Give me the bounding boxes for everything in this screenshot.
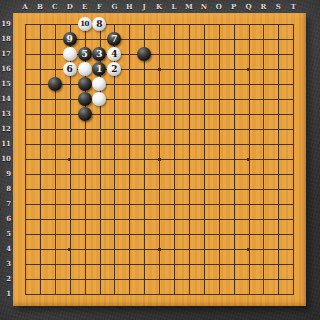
intersection-P19[interactable] xyxy=(226,17,241,32)
intersection-A6[interactable] xyxy=(18,212,33,227)
intersection-R8[interactable] xyxy=(256,182,271,197)
intersection-T8[interactable] xyxy=(286,182,301,197)
intersection-H13[interactable] xyxy=(122,107,137,122)
intersection-T18[interactable] xyxy=(286,32,301,47)
intersection-F2[interactable] xyxy=(92,272,107,287)
intersection-A2[interactable] xyxy=(18,272,33,287)
intersection-C6[interactable] xyxy=(47,212,62,227)
intersection-K1[interactable] xyxy=(152,287,167,302)
intersection-H7[interactable] xyxy=(122,197,137,212)
intersection-J14[interactable] xyxy=(137,92,152,107)
intersection-Q13[interactable] xyxy=(241,107,256,122)
intersection-J5[interactable] xyxy=(137,227,152,242)
intersection-J17[interactable] xyxy=(137,47,152,62)
intersection-L11[interactable] xyxy=(166,137,181,152)
intersection-S2[interactable] xyxy=(271,272,286,287)
intersection-C1[interactable] xyxy=(47,287,62,302)
intersection-D9[interactable] xyxy=(62,167,77,182)
intersection-H9[interactable] xyxy=(122,167,137,182)
intersection-M9[interactable] xyxy=(181,167,196,182)
intersection-R2[interactable] xyxy=(256,272,271,287)
intersection-D3[interactable] xyxy=(62,257,77,272)
intersection-N15[interactable] xyxy=(196,77,211,92)
intersection-F11[interactable] xyxy=(92,137,107,152)
intersection-D12[interactable] xyxy=(62,122,77,137)
intersection-P3[interactable] xyxy=(226,257,241,272)
intersection-G3[interactable] xyxy=(107,257,122,272)
intersection-C14[interactable] xyxy=(47,92,62,107)
intersection-T14[interactable] xyxy=(286,92,301,107)
intersection-R5[interactable] xyxy=(256,227,271,242)
intersection-T7[interactable] xyxy=(286,197,301,212)
intersection-P13[interactable] xyxy=(226,107,241,122)
intersection-G12[interactable] xyxy=(107,122,122,137)
intersection-N5[interactable] xyxy=(196,227,211,242)
intersection-F14[interactable] xyxy=(92,92,107,107)
black-stone-F16-move-1[interactable]: 1 xyxy=(92,62,106,76)
intersection-H17[interactable] xyxy=(122,47,137,62)
intersection-B17[interactable] xyxy=(32,47,47,62)
intersection-E2[interactable] xyxy=(77,272,92,287)
intersection-D16[interactable]: 6 xyxy=(62,62,77,77)
intersection-J1[interactable] xyxy=(137,287,152,302)
intersection-E6[interactable] xyxy=(77,212,92,227)
intersection-K16[interactable] xyxy=(152,62,167,77)
intersection-H18[interactable] xyxy=(122,32,137,47)
intersection-L4[interactable] xyxy=(166,242,181,257)
intersection-E16[interactable] xyxy=(77,62,92,77)
intersection-C12[interactable] xyxy=(47,122,62,137)
intersection-P7[interactable] xyxy=(226,197,241,212)
intersection-L8[interactable] xyxy=(166,182,181,197)
intersection-B1[interactable] xyxy=(32,287,47,302)
black-stone-D18-move-9[interactable]: 9 xyxy=(63,32,77,46)
intersection-H3[interactable] xyxy=(122,257,137,272)
black-stone-E13[interactable] xyxy=(78,107,92,121)
intersection-J16[interactable] xyxy=(137,62,152,77)
intersection-H2[interactable] xyxy=(122,272,137,287)
intersection-E3[interactable] xyxy=(77,257,92,272)
intersection-O7[interactable] xyxy=(211,197,226,212)
intersection-E18[interactable] xyxy=(77,32,92,47)
intersection-B12[interactable] xyxy=(32,122,47,137)
intersection-R18[interactable] xyxy=(256,32,271,47)
white-stone-E16[interactable] xyxy=(78,62,92,76)
white-stone-G16-move-2[interactable]: 2 xyxy=(107,62,121,76)
intersection-G1[interactable] xyxy=(107,287,122,302)
intersection-S9[interactable] xyxy=(271,167,286,182)
intersection-N12[interactable] xyxy=(196,122,211,137)
intersection-F9[interactable] xyxy=(92,167,107,182)
intersection-T3[interactable] xyxy=(286,257,301,272)
intersection-P17[interactable] xyxy=(226,47,241,62)
black-stone-E14[interactable] xyxy=(78,92,92,106)
intersection-T13[interactable] xyxy=(286,107,301,122)
intersection-N4[interactable] xyxy=(196,242,211,257)
intersection-T1[interactable] xyxy=(286,287,301,302)
intersection-Q19[interactable] xyxy=(241,17,256,32)
intersection-H19[interactable] xyxy=(122,17,137,32)
intersection-Q12[interactable] xyxy=(241,122,256,137)
intersection-K2[interactable] xyxy=(152,272,167,287)
intersection-D6[interactable] xyxy=(62,212,77,227)
intersection-L16[interactable] xyxy=(166,62,181,77)
intersection-F3[interactable] xyxy=(92,257,107,272)
intersection-C4[interactable] xyxy=(47,242,62,257)
intersection-P1[interactable] xyxy=(226,287,241,302)
intersection-M19[interactable] xyxy=(181,17,196,32)
intersection-L17[interactable] xyxy=(166,47,181,62)
intersection-F4[interactable] xyxy=(92,242,107,257)
intersection-E11[interactable] xyxy=(77,137,92,152)
intersection-G16[interactable]: 2 xyxy=(107,62,122,77)
intersection-H1[interactable] xyxy=(122,287,137,302)
intersection-N7[interactable] xyxy=(196,197,211,212)
intersection-T12[interactable] xyxy=(286,122,301,137)
intersection-E5[interactable] xyxy=(77,227,92,242)
intersection-Q3[interactable] xyxy=(241,257,256,272)
intersection-G14[interactable] xyxy=(107,92,122,107)
intersection-R19[interactable] xyxy=(256,17,271,32)
intersection-J13[interactable] xyxy=(137,107,152,122)
intersection-A15[interactable] xyxy=(18,77,33,92)
intersection-D14[interactable] xyxy=(62,92,77,107)
intersection-H5[interactable] xyxy=(122,227,137,242)
intersection-J18[interactable] xyxy=(137,32,152,47)
intersection-J9[interactable] xyxy=(137,167,152,182)
intersection-Q5[interactable] xyxy=(241,227,256,242)
intersection-T9[interactable] xyxy=(286,167,301,182)
intersection-K18[interactable] xyxy=(152,32,167,47)
intersection-S12[interactable] xyxy=(271,122,286,137)
intersection-O13[interactable] xyxy=(211,107,226,122)
go-board[interactable]: 10897534612 xyxy=(13,13,306,306)
intersection-A5[interactable] xyxy=(18,227,33,242)
intersection-M11[interactable] xyxy=(181,137,196,152)
intersection-Q18[interactable] xyxy=(241,32,256,47)
intersection-N17[interactable] xyxy=(196,47,211,62)
intersection-L14[interactable] xyxy=(166,92,181,107)
intersection-N14[interactable] xyxy=(196,92,211,107)
intersection-P15[interactable] xyxy=(226,77,241,92)
intersection-E7[interactable] xyxy=(77,197,92,212)
intersection-L18[interactable] xyxy=(166,32,181,47)
intersection-R13[interactable] xyxy=(256,107,271,122)
white-stone-E19-move-10[interactable]: 10 xyxy=(78,17,92,31)
intersection-D4[interactable] xyxy=(62,242,77,257)
intersection-F8[interactable] xyxy=(92,182,107,197)
intersection-B14[interactable] xyxy=(32,92,47,107)
intersection-K12[interactable] xyxy=(152,122,167,137)
intersection-M8[interactable] xyxy=(181,182,196,197)
intersection-R17[interactable] xyxy=(256,47,271,62)
black-stone-C15[interactable] xyxy=(48,77,62,91)
intersection-O3[interactable] xyxy=(211,257,226,272)
intersection-D17[interactable] xyxy=(62,47,77,62)
intersection-O5[interactable] xyxy=(211,227,226,242)
intersection-T4[interactable] xyxy=(286,242,301,257)
intersection-S13[interactable] xyxy=(271,107,286,122)
intersection-P6[interactable] xyxy=(226,212,241,227)
intersection-S19[interactable] xyxy=(271,17,286,32)
intersection-Q4[interactable] xyxy=(241,242,256,257)
intersection-D18[interactable]: 9 xyxy=(62,32,77,47)
intersection-C13[interactable] xyxy=(47,107,62,122)
intersection-A14[interactable] xyxy=(18,92,33,107)
intersection-S15[interactable] xyxy=(271,77,286,92)
intersection-T19[interactable] xyxy=(286,17,301,32)
intersection-D2[interactable] xyxy=(62,272,77,287)
intersection-N10[interactable] xyxy=(196,152,211,167)
intersection-Q15[interactable] xyxy=(241,77,256,92)
intersection-B19[interactable] xyxy=(32,17,47,32)
intersection-A3[interactable] xyxy=(18,257,33,272)
intersection-A18[interactable] xyxy=(18,32,33,47)
intersection-N16[interactable] xyxy=(196,62,211,77)
intersection-D8[interactable] xyxy=(62,182,77,197)
intersection-P9[interactable] xyxy=(226,167,241,182)
intersection-B13[interactable] xyxy=(32,107,47,122)
intersection-L7[interactable] xyxy=(166,197,181,212)
intersection-T16[interactable] xyxy=(286,62,301,77)
intersection-A19[interactable] xyxy=(18,17,33,32)
intersection-M14[interactable] xyxy=(181,92,196,107)
intersection-S16[interactable] xyxy=(271,62,286,77)
intersection-B16[interactable] xyxy=(32,62,47,77)
intersection-Q1[interactable] xyxy=(241,287,256,302)
intersection-F6[interactable] xyxy=(92,212,107,227)
intersection-R16[interactable] xyxy=(256,62,271,77)
intersection-C8[interactable] xyxy=(47,182,62,197)
intersection-E17[interactable]: 5 xyxy=(77,47,92,62)
intersection-H4[interactable] xyxy=(122,242,137,257)
intersection-P11[interactable] xyxy=(226,137,241,152)
intersection-N18[interactable] xyxy=(196,32,211,47)
black-stone-J17[interactable] xyxy=(137,47,151,61)
intersection-M13[interactable] xyxy=(181,107,196,122)
intersection-N8[interactable] xyxy=(196,182,211,197)
intersection-Q6[interactable] xyxy=(241,212,256,227)
black-stone-G18-move-7[interactable]: 7 xyxy=(107,32,121,46)
intersection-S17[interactable] xyxy=(271,47,286,62)
intersection-T17[interactable] xyxy=(286,47,301,62)
intersection-S5[interactable] xyxy=(271,227,286,242)
intersection-A9[interactable] xyxy=(18,167,33,182)
intersection-G2[interactable] xyxy=(107,272,122,287)
intersection-O11[interactable] xyxy=(211,137,226,152)
intersection-R14[interactable] xyxy=(256,92,271,107)
intersection-H11[interactable] xyxy=(122,137,137,152)
intersection-A12[interactable] xyxy=(18,122,33,137)
intersection-P10[interactable] xyxy=(226,152,241,167)
intersection-G19[interactable] xyxy=(107,17,122,32)
intersection-P8[interactable] xyxy=(226,182,241,197)
intersection-M16[interactable] xyxy=(181,62,196,77)
intersection-S8[interactable] xyxy=(271,182,286,197)
intersection-A8[interactable] xyxy=(18,182,33,197)
intersection-N11[interactable] xyxy=(196,137,211,152)
intersection-R6[interactable] xyxy=(256,212,271,227)
white-stone-G17-move-4[interactable]: 4 xyxy=(107,47,121,61)
intersection-T11[interactable] xyxy=(286,137,301,152)
intersection-P5[interactable] xyxy=(226,227,241,242)
intersection-N19[interactable] xyxy=(196,17,211,32)
intersection-L12[interactable] xyxy=(166,122,181,137)
intersection-O17[interactable] xyxy=(211,47,226,62)
intersection-F17[interactable]: 3 xyxy=(92,47,107,62)
intersection-A1[interactable] xyxy=(18,287,33,302)
intersection-D5[interactable] xyxy=(62,227,77,242)
intersection-G4[interactable] xyxy=(107,242,122,257)
intersection-R9[interactable] xyxy=(256,167,271,182)
intersection-H8[interactable] xyxy=(122,182,137,197)
intersection-G5[interactable] xyxy=(107,227,122,242)
intersection-G9[interactable] xyxy=(107,167,122,182)
intersection-L9[interactable] xyxy=(166,167,181,182)
intersection-J8[interactable] xyxy=(137,182,152,197)
intersection-M6[interactable] xyxy=(181,212,196,227)
intersection-F10[interactable] xyxy=(92,152,107,167)
intersection-H10[interactable] xyxy=(122,152,137,167)
intersection-O14[interactable] xyxy=(211,92,226,107)
intersection-J4[interactable] xyxy=(137,242,152,257)
white-stone-D17[interactable] xyxy=(63,47,77,61)
intersection-S4[interactable] xyxy=(271,242,286,257)
intersection-A13[interactable] xyxy=(18,107,33,122)
intersection-L13[interactable] xyxy=(166,107,181,122)
intersection-J2[interactable] xyxy=(137,272,152,287)
intersection-A16[interactable] xyxy=(18,62,33,77)
intersection-A10[interactable] xyxy=(18,152,33,167)
intersection-K17[interactable] xyxy=(152,47,167,62)
intersection-R7[interactable] xyxy=(256,197,271,212)
intersection-D7[interactable] xyxy=(62,197,77,212)
intersection-C2[interactable] xyxy=(47,272,62,287)
white-stone-F15[interactable] xyxy=(92,77,106,91)
intersection-P2[interactable] xyxy=(226,272,241,287)
intersection-E4[interactable] xyxy=(77,242,92,257)
intersection-T5[interactable] xyxy=(286,227,301,242)
intersection-Q10[interactable] xyxy=(241,152,256,167)
intersection-K11[interactable] xyxy=(152,137,167,152)
intersection-D13[interactable] xyxy=(62,107,77,122)
intersection-J15[interactable] xyxy=(137,77,152,92)
intersection-C15[interactable] xyxy=(47,77,62,92)
intersection-F13[interactable] xyxy=(92,107,107,122)
intersection-S10[interactable] xyxy=(271,152,286,167)
intersection-K13[interactable] xyxy=(152,107,167,122)
intersection-P18[interactable] xyxy=(226,32,241,47)
intersection-L3[interactable] xyxy=(166,257,181,272)
intersection-N1[interactable] xyxy=(196,287,211,302)
intersection-G13[interactable] xyxy=(107,107,122,122)
intersection-M10[interactable] xyxy=(181,152,196,167)
intersection-E9[interactable] xyxy=(77,167,92,182)
intersection-Q14[interactable] xyxy=(241,92,256,107)
intersection-H6[interactable] xyxy=(122,212,137,227)
intersection-R4[interactable] xyxy=(256,242,271,257)
intersection-E14[interactable] xyxy=(77,92,92,107)
intersection-N13[interactable] xyxy=(196,107,211,122)
intersection-B2[interactable] xyxy=(32,272,47,287)
intersection-P4[interactable] xyxy=(226,242,241,257)
intersection-E8[interactable] xyxy=(77,182,92,197)
intersection-G7[interactable] xyxy=(107,197,122,212)
intersection-K10[interactable] xyxy=(152,152,167,167)
white-stone-D16-move-6[interactable]: 6 xyxy=(63,62,77,76)
intersection-O6[interactable] xyxy=(211,212,226,227)
intersection-O15[interactable] xyxy=(211,77,226,92)
intersection-G15[interactable] xyxy=(107,77,122,92)
intersection-J6[interactable] xyxy=(137,212,152,227)
intersection-C11[interactable] xyxy=(47,137,62,152)
intersection-J12[interactable] xyxy=(137,122,152,137)
intersection-Q8[interactable] xyxy=(241,182,256,197)
intersection-O1[interactable] xyxy=(211,287,226,302)
intersection-K14[interactable] xyxy=(152,92,167,107)
intersection-N6[interactable] xyxy=(196,212,211,227)
intersection-F5[interactable] xyxy=(92,227,107,242)
intersection-E19[interactable]: 10 xyxy=(77,17,92,32)
black-stone-E15[interactable] xyxy=(78,77,92,91)
intersection-C7[interactable] xyxy=(47,197,62,212)
intersection-E15[interactable] xyxy=(77,77,92,92)
intersection-M3[interactable] xyxy=(181,257,196,272)
intersection-M12[interactable] xyxy=(181,122,196,137)
intersection-R15[interactable] xyxy=(256,77,271,92)
intersection-O4[interactable] xyxy=(211,242,226,257)
intersection-R11[interactable] xyxy=(256,137,271,152)
intersection-G8[interactable] xyxy=(107,182,122,197)
intersection-O2[interactable] xyxy=(211,272,226,287)
intersection-O12[interactable] xyxy=(211,122,226,137)
intersection-C3[interactable] xyxy=(47,257,62,272)
intersection-J11[interactable] xyxy=(137,137,152,152)
intersection-K5[interactable] xyxy=(152,227,167,242)
intersection-D15[interactable] xyxy=(62,77,77,92)
intersection-L19[interactable] xyxy=(166,17,181,32)
intersection-L5[interactable] xyxy=(166,227,181,242)
intersection-B10[interactable] xyxy=(32,152,47,167)
intersection-K7[interactable] xyxy=(152,197,167,212)
intersection-M17[interactable] xyxy=(181,47,196,62)
intersection-T6[interactable] xyxy=(286,212,301,227)
intersection-C16[interactable] xyxy=(47,62,62,77)
black-stone-F17-move-3[interactable]: 3 xyxy=(92,47,106,61)
intersection-O10[interactable] xyxy=(211,152,226,167)
intersection-O16[interactable] xyxy=(211,62,226,77)
intersection-F19[interactable]: 8 xyxy=(92,17,107,32)
intersection-L1[interactable] xyxy=(166,287,181,302)
intersection-S11[interactable] xyxy=(271,137,286,152)
intersection-O9[interactable] xyxy=(211,167,226,182)
intersection-B8[interactable] xyxy=(32,182,47,197)
intersection-T2[interactable] xyxy=(286,272,301,287)
intersection-J7[interactable] xyxy=(137,197,152,212)
intersection-G17[interactable]: 4 xyxy=(107,47,122,62)
intersection-K6[interactable] xyxy=(152,212,167,227)
intersection-P16[interactable] xyxy=(226,62,241,77)
intersection-O18[interactable] xyxy=(211,32,226,47)
intersection-H14[interactable] xyxy=(122,92,137,107)
intersection-K15[interactable] xyxy=(152,77,167,92)
intersection-M1[interactable] xyxy=(181,287,196,302)
intersection-O19[interactable] xyxy=(211,17,226,32)
intersection-G18[interactable]: 7 xyxy=(107,32,122,47)
intersection-L2[interactable] xyxy=(166,272,181,287)
intersection-K8[interactable] xyxy=(152,182,167,197)
intersection-P14[interactable] xyxy=(226,92,241,107)
